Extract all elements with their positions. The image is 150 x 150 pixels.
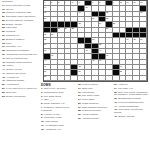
cell-number: 21 (92, 17, 94, 19)
down-clue-30: 30. Access provider (78, 118, 112, 121)
cell-number: 11 (127, 1, 129, 3)
crossword-page: 1234567891011121314151617181920212223242… (0, 0, 150, 150)
cell-number: 49 (120, 65, 122, 67)
clue-number: 53. (2, 95, 6, 98)
cell-number: 43 (106, 54, 108, 56)
cell-number: 20 (44, 17, 46, 19)
across-clue-column: musician? 14. Prefix with harp or plan16… (2, 1, 39, 149)
clue-number: 52. (2, 91, 6, 94)
grid-cell-15-10[interactable] (106, 76, 113, 81)
clue-number: 41. (2, 57, 6, 60)
clue-number: 26. (78, 102, 82, 105)
cell-number: 17 (79, 11, 81, 13)
clue-number: 30. (78, 117, 82, 120)
down-clue-column-1: DOWN 1. Time to dry, as a spill2. Compou… (41, 84, 75, 148)
cell-number: 39 (44, 49, 46, 51)
grid-cell-15-6[interactable] (78, 76, 85, 81)
cell-number: 19 (140, 11, 142, 13)
clue-number: 18. (2, 11, 6, 14)
grid-cell-15-8[interactable] (92, 76, 99, 81)
cell-number: 32 (44, 38, 46, 40)
cell-number: 47 (44, 65, 46, 67)
cell-number: 14 (44, 6, 46, 8)
cell-number: 36 (140, 38, 142, 40)
cell-number: 52 (120, 70, 122, 72)
clue-number: 36. (114, 97, 118, 100)
clue-number: 51. (2, 87, 6, 90)
clue-number: 33. (2, 42, 6, 45)
cell-number: 6 (79, 1, 80, 3)
clue-number: 38. (2, 49, 6, 52)
crossword-grid: 1234567891011121314151617181920212223242… (43, 0, 148, 82)
cell-number: 12 (133, 1, 135, 3)
cell-number: 34 (127, 38, 129, 40)
cell-number: 41 (99, 49, 101, 51)
cell-number: 26 (58, 27, 60, 29)
cell-number: 5 (72, 1, 73, 3)
clue-number: 50. (2, 83, 6, 86)
grid-cell-15-12[interactable] (120, 76, 127, 81)
clue-number: 40. (114, 101, 118, 104)
cell-number: 2 (51, 1, 52, 3)
clue-number: 4. (41, 98, 44, 101)
clue-number: 26. (2, 30, 6, 33)
grid-cell-15-1[interactable]: 53 (44, 76, 51, 81)
clue-number: 44. (114, 105, 118, 108)
clue-number: 43. (2, 64, 6, 67)
cell-number: 8 (99, 1, 100, 3)
grid-cell-15-14[interactable] (133, 76, 140, 81)
clue-number: 27. (78, 106, 82, 109)
cell-number: 22 (106, 17, 108, 19)
clue-number: 46. (114, 115, 118, 118)
cell-number: 31 (51, 33, 53, 35)
cell-number: 53 (44, 75, 46, 77)
grid-cell-15-5[interactable] (71, 76, 78, 81)
clue-number: 3. (41, 95, 44, 98)
cell-number: 15 (85, 6, 87, 8)
clue-number: 35. (114, 91, 118, 94)
cell-number: 48 (79, 65, 81, 67)
cell-number: 27 (65, 27, 67, 29)
clue-number: 29. (78, 113, 82, 116)
cell-number: 37 (44, 43, 46, 45)
clue-number: 25. (2, 26, 6, 29)
cell-number: 13 (140, 1, 142, 3)
grid-cell-15-9[interactable] (99, 76, 106, 81)
clue-number: 32. (2, 38, 6, 41)
grid-cell-15-15[interactable] (140, 76, 147, 81)
cell-number: 42 (51, 54, 53, 56)
cell-number: 3 (58, 1, 59, 3)
clue-number: 49. (2, 79, 6, 82)
clue-number: 1. (41, 87, 44, 90)
clue-number: 24. (78, 98, 82, 101)
clue-number: 16. (2, 8, 6, 11)
grid-cell-15-7[interactable] (85, 76, 92, 81)
grid-cell-15-13[interactable] (126, 76, 133, 81)
cell-number: 35 (133, 38, 135, 40)
cell-number: 38 (99, 43, 101, 45)
clue-number: 11. (41, 124, 45, 127)
across-clue-53: 53. Singer Winehouse (2, 96, 39, 99)
clue-number: 8. (41, 113, 44, 116)
clue-number: 23. (2, 23, 6, 26)
cell-number: 16 (44, 11, 46, 13)
clue-number: 5. (41, 102, 44, 105)
cell-number: 24 (99, 22, 101, 24)
clue-number: 17. (78, 87, 82, 90)
grid-cell-15-11[interactable] (113, 76, 120, 81)
down-clue-46: 46. Settles, as dust (114, 116, 148, 119)
cell-number: 33 (92, 38, 94, 40)
grid-cell-15-3[interactable] (58, 76, 65, 81)
cell-number: 25 (113, 22, 115, 24)
clue-number: 42. (2, 61, 6, 64)
cell-number: 50 (44, 70, 46, 72)
cell-number: 45 (92, 59, 94, 61)
cell-number: 29 (106, 27, 108, 29)
down-clue-column-3: 31. Antes up34. The magi, e.g.35. New Yo… (114, 84, 148, 148)
clue-number: 48. (2, 76, 6, 79)
cell-number: 10 (120, 1, 122, 3)
down-clue-45: 45. Wore away, as from the ground (114, 109, 148, 114)
clue-number: 14. (2, 4, 6, 7)
cell-number: 18 (106, 11, 108, 13)
clue-number: 2. (41, 91, 44, 94)
clue-number: 28. (78, 109, 82, 112)
clue-number: 9. (41, 116, 44, 119)
clue-number: 19. (78, 91, 82, 94)
cell-number: 46 (99, 59, 101, 61)
across-clue-41: 41. Site of a famous orb (2, 58, 39, 61)
cell-number: 40 (85, 49, 87, 51)
down-clue-12: 12. Apartment, e.g. (41, 129, 75, 132)
cell-number: 30 (44, 33, 46, 35)
clue-number: 30. (2, 34, 6, 37)
clue-number: 31. (114, 83, 118, 86)
cell-number: 51 (79, 70, 81, 72)
clue-number: 45. (114, 108, 118, 111)
clue-number: 10. (41, 120, 45, 123)
clue-number: 15. (78, 83, 82, 86)
clue-number: 44. (2, 68, 6, 71)
clue-number: 20. (2, 15, 6, 18)
cell-number: 44 (44, 59, 46, 61)
clue-number: 7. (41, 106, 44, 109)
grid-cell-15-2[interactable] (51, 76, 58, 81)
down-clue-7: 7. Tulsa sch. named for an evangelist (41, 107, 75, 112)
down-clue-column-2: 15. Kept in reserve17. Shoe part19. Hone… (78, 84, 112, 148)
clue-number: 21. (78, 94, 82, 97)
clue-number: 12. (41, 128, 45, 131)
cell-number: 9 (113, 1, 114, 3)
grid-cell-15-4[interactable] (65, 76, 72, 81)
clue-number: 22. (2, 19, 6, 22)
cell-number: 7 (92, 1, 93, 3)
cell-number: 28 (72, 27, 74, 29)
clue-number: 47. (2, 72, 6, 75)
cell-number: 1 (44, 1, 45, 3)
clue-number: 34. (114, 87, 118, 90)
clue-number: 39. (2, 53, 6, 56)
cell-number: 23 (79, 22, 81, 24)
clue-number: 37. (2, 45, 6, 48)
cell-number: 4 (65, 1, 66, 3)
